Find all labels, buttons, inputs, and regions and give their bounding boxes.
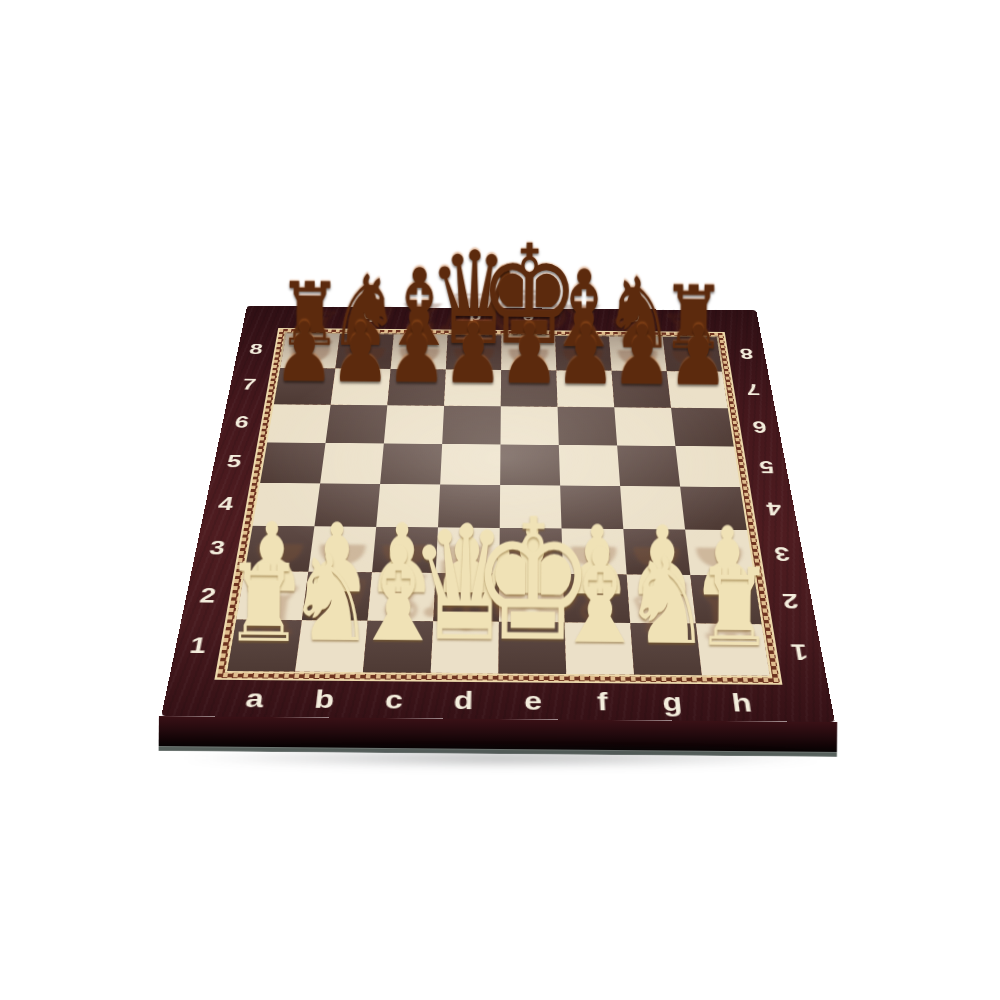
rank-label-right-5: 5 xyxy=(745,446,788,487)
square-h5[interactable] xyxy=(675,446,740,487)
square-f6[interactable] xyxy=(558,407,618,446)
black-pawn-glyph: ♟ xyxy=(555,314,616,397)
square-a5[interactable] xyxy=(260,442,325,483)
square-e5[interactable] xyxy=(500,444,560,485)
file-labels-bottom: abcdefgh xyxy=(217,682,779,720)
inlay-border: ♜♜♞♞♝♝♛♛♚♚♝♝♞♞♜♜♟♟♟♟♟♟♟♟♟♟♟♟♟♟♟♟♟♟♟♟♟♟♟♟… xyxy=(214,328,782,685)
rank-label-left-5: 5 xyxy=(212,441,255,482)
rank-label-left-1: 1 xyxy=(173,620,223,672)
chess-board: abcdefgh abcdefgh 87654321 87654321 ♜♜♞♞… xyxy=(161,306,835,722)
file-label-bottom-b: b xyxy=(288,685,361,715)
file-label-bottom-d: d xyxy=(428,686,498,716)
square-d5[interactable] xyxy=(440,444,500,485)
square-b5[interactable] xyxy=(320,443,384,484)
file-label-bottom-f: f xyxy=(567,687,638,717)
square-g7[interactable]: ♟♟ xyxy=(612,371,671,408)
scene: abcdefgh abcdefgh 87654321 87654321 ♜♜♞♞… xyxy=(0,0,1000,1000)
black-pawn-glyph: ♟ xyxy=(442,313,503,396)
square-c7[interactable]: ♟♟ xyxy=(387,369,446,406)
square-h7[interactable]: ♟♟ xyxy=(667,371,728,408)
square-f5[interactable] xyxy=(559,445,620,486)
file-label-bottom-g: g xyxy=(636,688,708,718)
square-c5[interactable] xyxy=(380,443,442,484)
board-grid: ♜♜♞♞♝♝♛♛♚♚♝♝♞♞♜♜♟♟♟♟♟♟♟♟♟♟♟♟♟♟♟♟♟♟♟♟♟♟♟♟… xyxy=(227,334,769,676)
white-king-glyph: ♚ xyxy=(470,496,595,666)
black-pawn-glyph: ♟ xyxy=(274,311,335,394)
rank-label-left-6: 6 xyxy=(221,403,263,442)
square-e6[interactable] xyxy=(500,406,558,445)
square-e1[interactable]: ♚♚ xyxy=(498,622,566,674)
square-a6[interactable] xyxy=(267,404,330,443)
square-a7[interactable]: ♟♟ xyxy=(274,368,336,405)
square-c6[interactable] xyxy=(384,405,444,444)
black-pawn-glyph: ♟ xyxy=(668,315,729,398)
square-d6[interactable] xyxy=(442,406,501,445)
rank-label-right-1: 1 xyxy=(775,625,824,678)
square-b7[interactable]: ♟♟ xyxy=(331,368,391,405)
square-e7[interactable]: ♟♟ xyxy=(501,370,558,407)
square-h6[interactable] xyxy=(671,408,734,447)
file-label-bottom-a: a xyxy=(217,684,291,714)
black-pawn-glyph: ♟ xyxy=(330,312,391,395)
square-g5[interactable] xyxy=(617,446,680,487)
rank-label-left-8: 8 xyxy=(236,332,275,367)
file-label-bottom-h: h xyxy=(705,688,779,718)
square-b6[interactable] xyxy=(326,405,388,444)
rank-label-right-8: 8 xyxy=(727,336,766,371)
black-pawn-glyph: ♟ xyxy=(499,313,560,396)
file-label-bottom-e: e xyxy=(498,687,568,717)
board-shadow xyxy=(175,748,830,768)
file-label-bottom-c: c xyxy=(358,685,430,715)
black-pawn-glyph: ♟ xyxy=(611,314,672,397)
photo-background: abcdefgh abcdefgh 87654321 87654321 ♜♜♞♞… xyxy=(0,0,1000,1000)
square-g6[interactable] xyxy=(614,407,675,446)
rank-label-right-7: 7 xyxy=(733,371,773,408)
square-f7[interactable]: ♟♟ xyxy=(556,370,614,407)
rank-label-left-7: 7 xyxy=(229,366,270,403)
square-d7[interactable]: ♟♟ xyxy=(444,369,501,406)
rank-label-right-6: 6 xyxy=(739,407,780,446)
black-pawn-glyph: ♟ xyxy=(386,312,447,395)
